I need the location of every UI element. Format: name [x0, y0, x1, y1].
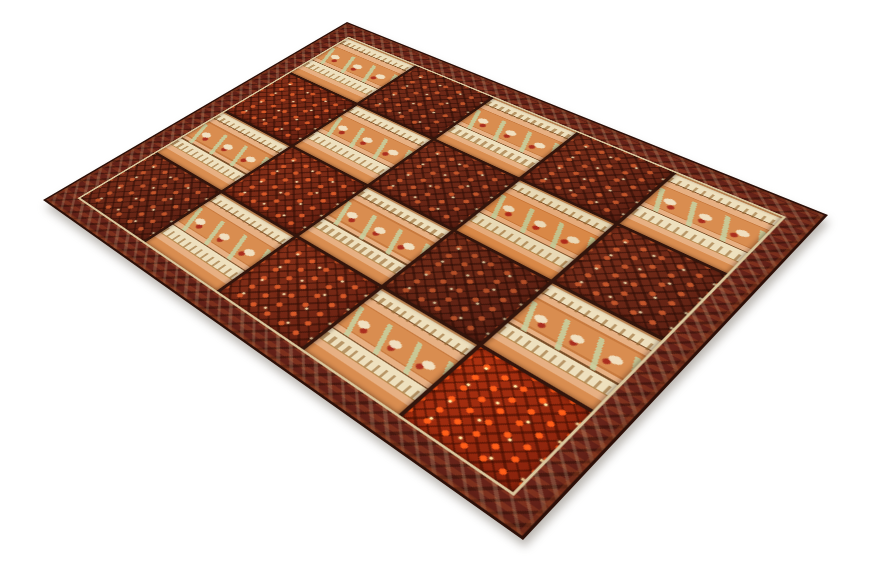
- rug-shadow: [0, 0, 880, 587]
- patch-grid: [77, 37, 786, 496]
- rug-border: [43, 22, 828, 540]
- photo-canvas: [0, 0, 880, 587]
